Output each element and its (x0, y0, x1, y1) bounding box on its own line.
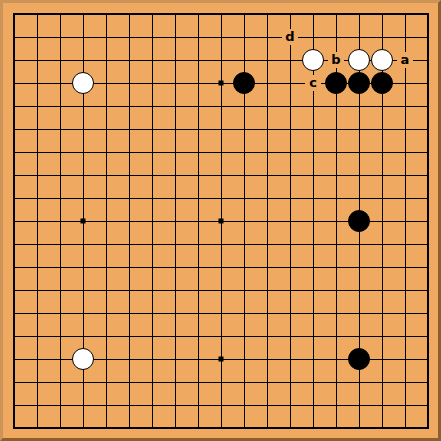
point-label-b: b (328, 52, 344, 68)
black-stone (348, 72, 370, 94)
point-label-c: c (305, 75, 321, 91)
white-stone (371, 49, 393, 71)
star-point (219, 81, 224, 86)
white-stone (302, 49, 324, 71)
white-stone (348, 49, 370, 71)
white-stone (72, 72, 94, 94)
black-stone (348, 210, 370, 232)
black-stone (233, 72, 255, 94)
star-point (81, 219, 86, 224)
white-stone (72, 348, 94, 370)
point-label-d: d (282, 29, 298, 45)
black-stone (325, 72, 347, 94)
black-stone (371, 72, 393, 94)
star-point (219, 219, 224, 224)
star-point (219, 357, 224, 362)
black-stone (348, 348, 370, 370)
go-board: abcd (0, 0, 441, 441)
point-label-a: a (397, 52, 413, 68)
